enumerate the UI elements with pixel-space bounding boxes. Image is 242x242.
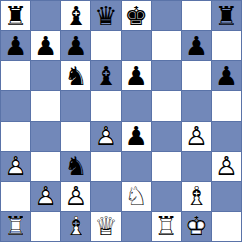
- white-piece-outline: ♖: [152, 212, 181, 241]
- black-piece-glyph: ♝: [61, 1, 90, 30]
- piece-black-pawn[interactable]: ♟: [1, 31, 30, 60]
- square-f3[interactable]: [152, 152, 181, 181]
- square-e1[interactable]: [122, 212, 151, 241]
- white-piece-outline: ♙: [212, 152, 241, 181]
- square-b7[interactable]: ♟: [31, 31, 60, 60]
- square-f4[interactable]: [152, 122, 181, 151]
- square-d1[interactable]: ♛♕: [91, 212, 120, 241]
- square-f5[interactable]: [152, 91, 181, 120]
- white-piece-outline: ♖: [1, 212, 30, 241]
- white-piece-outline: ♙: [91, 122, 120, 151]
- piece-black-pawn[interactable]: ♟: [122, 122, 151, 151]
- square-f6[interactable]: [152, 61, 181, 90]
- square-h2[interactable]: [212, 182, 241, 211]
- piece-black-pawn[interactable]: ♟: [182, 31, 211, 60]
- square-h4[interactable]: [212, 122, 241, 151]
- white-piece-outline: ♙: [31, 182, 60, 211]
- black-piece-glyph: ♝: [91, 61, 120, 90]
- black-piece-glyph: ♟: [182, 31, 211, 60]
- piece-white-pawn[interactable]: ♟♙: [61, 182, 90, 211]
- square-c8[interactable]: ♝: [61, 1, 90, 30]
- black-piece-glyph: ♟: [212, 61, 241, 90]
- square-e5[interactable]: [122, 91, 151, 120]
- square-h8[interactable]: ♜: [212, 1, 241, 30]
- square-h3[interactable]: ♟♙: [212, 152, 241, 181]
- square-c6[interactable]: ♞: [61, 61, 90, 90]
- square-e8[interactable]: ♚: [122, 1, 151, 30]
- square-g1[interactable]: ♚♔: [182, 212, 211, 241]
- black-piece-glyph: ♜: [212, 1, 241, 30]
- square-c7[interactable]: ♟: [61, 31, 90, 60]
- square-e6[interactable]: ♟: [122, 61, 151, 90]
- square-d6[interactable]: ♝: [91, 61, 120, 90]
- black-piece-glyph: ♚: [122, 1, 151, 30]
- square-b2[interactable]: ♟♙: [31, 182, 60, 211]
- piece-black-knight[interactable]: ♞: [61, 152, 90, 181]
- square-c1[interactable]: ♝♗: [61, 212, 90, 241]
- square-b6[interactable]: [31, 61, 60, 90]
- piece-black-rook[interactable]: ♜: [1, 1, 30, 30]
- piece-black-queen[interactable]: ♛: [91, 1, 120, 30]
- black-piece-glyph: ♟: [31, 31, 60, 60]
- square-f7[interactable]: [152, 31, 181, 60]
- square-c5[interactable]: [61, 91, 90, 120]
- piece-white-bishop[interactable]: ♝♗: [182, 182, 211, 211]
- square-h5[interactable]: [212, 91, 241, 120]
- square-a1[interactable]: ♜♖: [1, 212, 30, 241]
- piece-white-rook[interactable]: ♜♖: [1, 212, 30, 241]
- square-e3[interactable]: [122, 152, 151, 181]
- piece-black-rook[interactable]: ♜: [212, 1, 241, 30]
- piece-white-pawn[interactable]: ♟♙: [91, 122, 120, 151]
- black-piece-glyph: ♞: [61, 61, 90, 90]
- square-g8[interactable]: [182, 1, 211, 30]
- piece-black-knight[interactable]: ♞: [61, 61, 90, 90]
- piece-white-pawn[interactable]: ♟♙: [212, 152, 241, 181]
- square-h1[interactable]: [212, 212, 241, 241]
- piece-white-rook[interactable]: ♜♖: [152, 212, 181, 241]
- square-a5[interactable]: [1, 91, 30, 120]
- black-piece-glyph: ♟: [1, 31, 30, 60]
- piece-black-pawn[interactable]: ♟: [122, 61, 151, 90]
- white-piece-outline: ♙: [1, 152, 30, 181]
- black-piece-glyph: ♟: [122, 61, 151, 90]
- square-g2[interactable]: ♝♗: [182, 182, 211, 211]
- white-piece-outline: ♔: [182, 212, 211, 241]
- square-c3[interactable]: ♞: [61, 152, 90, 181]
- square-d8[interactable]: ♛: [91, 1, 120, 30]
- piece-black-bishop[interactable]: ♝: [91, 61, 120, 90]
- square-c4[interactable]: [61, 122, 90, 151]
- square-a7[interactable]: ♟: [1, 31, 30, 60]
- piece-black-pawn[interactable]: ♟: [31, 31, 60, 60]
- square-d5[interactable]: [91, 91, 120, 120]
- white-piece-outline: ♘: [122, 182, 151, 211]
- black-piece-glyph: ♟: [122, 122, 151, 151]
- chess-board: ♜♝♛♚♜♟♟♟♟♞♝♟♟♟♙♟♟♙♟♙♞♟♙♟♙♟♙♞♘♝♗♜♖♝♗♛♕♜♖♚…: [0, 0, 242, 242]
- square-g7[interactable]: ♟: [182, 31, 211, 60]
- white-piece-outline: ♙: [61, 182, 90, 211]
- square-f2[interactable]: [152, 182, 181, 211]
- piece-white-queen[interactable]: ♛♕: [91, 212, 120, 241]
- piece-white-pawn[interactable]: ♟♙: [182, 122, 211, 151]
- square-b3[interactable]: [31, 152, 60, 181]
- square-g5[interactable]: [182, 91, 211, 120]
- square-b5[interactable]: [31, 91, 60, 120]
- square-a8[interactable]: ♜: [1, 1, 30, 30]
- piece-black-pawn[interactable]: ♟: [61, 31, 90, 60]
- black-piece-glyph: ♛: [91, 1, 120, 30]
- square-g4[interactable]: ♟♙: [182, 122, 211, 151]
- white-piece-outline: ♙: [182, 122, 211, 151]
- square-g3[interactable]: [182, 152, 211, 181]
- white-piece-outline: ♗: [61, 212, 90, 241]
- square-c2[interactable]: ♟♙: [61, 182, 90, 211]
- square-b4[interactable]: [31, 122, 60, 151]
- black-piece-glyph: ♜: [1, 1, 30, 30]
- white-piece-outline: ♕: [91, 212, 120, 241]
- piece-black-bishop[interactable]: ♝: [61, 1, 90, 30]
- square-d2[interactable]: [91, 182, 120, 211]
- square-a4[interactable]: [1, 122, 30, 151]
- piece-white-king[interactable]: ♚♔: [182, 212, 211, 241]
- piece-black-king[interactable]: ♚: [122, 1, 151, 30]
- piece-white-pawn[interactable]: ♟♙: [31, 182, 60, 211]
- square-d4[interactable]: ♟♙: [91, 122, 120, 151]
- square-d7[interactable]: [91, 31, 120, 60]
- square-a6[interactable]: [1, 61, 30, 90]
- square-f8[interactable]: [152, 1, 181, 30]
- black-piece-glyph: ♞: [61, 152, 90, 181]
- piece-white-pawn[interactable]: ♟♙: [1, 152, 30, 181]
- square-e7[interactable]: [122, 31, 151, 60]
- square-e2[interactable]: ♞♘: [122, 182, 151, 211]
- black-piece-glyph: ♟: [61, 31, 90, 60]
- square-b8[interactable]: [31, 1, 60, 30]
- square-f1[interactable]: ♜♖: [152, 212, 181, 241]
- square-e4[interactable]: ♟: [122, 122, 151, 151]
- square-g6[interactable]: [182, 61, 211, 90]
- square-b1[interactable]: [31, 212, 60, 241]
- square-h7[interactable]: [212, 31, 241, 60]
- square-h6[interactable]: ♟: [212, 61, 241, 90]
- square-d3[interactable]: [91, 152, 120, 181]
- piece-white-knight[interactable]: ♞♘: [122, 182, 151, 211]
- white-piece-outline: ♗: [182, 182, 211, 211]
- square-a2[interactable]: [1, 182, 30, 211]
- piece-black-pawn[interactable]: ♟: [212, 61, 241, 90]
- piece-white-bishop[interactable]: ♝♗: [61, 212, 90, 241]
- square-a3[interactable]: ♟♙: [1, 152, 30, 181]
